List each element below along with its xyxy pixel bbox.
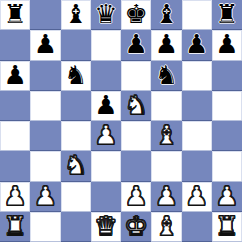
square-d5[interactable]: ♟ (91, 91, 121, 121)
square-e3[interactable] (121, 151, 151, 181)
white-knight-icon: ♞ (64, 150, 87, 180)
square-e6[interactable] (121, 61, 151, 91)
square-f3[interactable] (151, 151, 181, 181)
square-b8[interactable] (30, 0, 60, 30)
square-g1[interactable] (182, 212, 212, 242)
square-g5[interactable] (182, 91, 212, 121)
square-a7[interactable] (0, 30, 30, 60)
square-g7[interactable]: ♟ (182, 30, 212, 60)
square-a1[interactable]: ♜ (0, 212, 30, 242)
square-b2[interactable]: ♟ (30, 182, 60, 212)
square-h1[interactable]: ♜ (212, 212, 242, 242)
square-g8[interactable] (182, 0, 212, 30)
square-d4[interactable]: ♟ (91, 121, 121, 151)
square-a8[interactable]: ♜ (0, 0, 30, 30)
black-rook-icon: ♜ (215, 0, 238, 29)
square-a4[interactable] (0, 121, 30, 151)
square-c6[interactable]: ♞ (61, 61, 91, 91)
square-f5[interactable] (151, 91, 181, 121)
black-queen-icon: ♛ (94, 0, 117, 29)
square-f2[interactable]: ♟ (151, 182, 181, 212)
square-e7[interactable]: ♟ (121, 30, 151, 60)
white-bishop-icon: ♝ (155, 120, 178, 150)
white-rook-icon: ♜ (215, 211, 238, 241)
square-d8[interactable]: ♛ (91, 0, 121, 30)
white-queen-icon: ♛ (94, 211, 117, 241)
square-b5[interactable] (30, 91, 60, 121)
square-d6[interactable] (91, 61, 121, 91)
white-pawn-icon: ♟ (94, 120, 117, 150)
square-h4[interactable] (212, 121, 242, 151)
black-pawn-icon: ♟ (185, 29, 208, 59)
square-d1[interactable]: ♛ (91, 212, 121, 242)
square-f8[interactable]: ♝ (151, 0, 181, 30)
square-h8[interactable]: ♜ (212, 0, 242, 30)
black-pawn-icon: ♟ (3, 60, 26, 90)
black-king-icon: ♚ (124, 0, 147, 29)
square-e8[interactable]: ♚ (121, 0, 151, 30)
square-h6[interactable] (212, 61, 242, 91)
white-pawn-icon: ♟ (124, 181, 147, 211)
square-b1[interactable] (30, 212, 60, 242)
square-b3[interactable] (30, 151, 60, 181)
square-g6[interactable] (182, 61, 212, 91)
square-h2[interactable]: ♟ (212, 182, 242, 212)
square-d3[interactable] (91, 151, 121, 181)
white-pawn-icon: ♟ (155, 181, 178, 211)
white-pawn-icon: ♟ (215, 181, 238, 211)
black-pawn-icon: ♟ (215, 29, 238, 59)
black-pawn-icon: ♟ (34, 29, 57, 59)
square-a5[interactable] (0, 91, 30, 121)
square-b7[interactable]: ♟ (30, 30, 60, 60)
square-g3[interactable] (182, 151, 212, 181)
square-a3[interactable] (0, 151, 30, 181)
white-knight-icon: ♞ (124, 90, 147, 120)
square-f4[interactable]: ♝ (151, 121, 181, 151)
black-bishop-icon: ♝ (155, 0, 178, 29)
black-knight-icon: ♞ (155, 60, 178, 90)
square-c4[interactable] (61, 121, 91, 151)
square-c7[interactable] (61, 30, 91, 60)
square-e2[interactable]: ♟ (121, 182, 151, 212)
square-h3[interactable] (212, 151, 242, 181)
square-g2[interactable]: ♟ (182, 182, 212, 212)
square-d2[interactable] (91, 182, 121, 212)
square-f1[interactable]: ♝ (151, 212, 181, 242)
square-h5[interactable] (212, 91, 242, 121)
black-knight-icon: ♞ (64, 60, 87, 90)
white-bishop-icon: ♝ (155, 211, 178, 241)
white-pawn-icon: ♟ (3, 181, 26, 211)
white-pawn-icon: ♟ (34, 181, 57, 211)
white-pawn-icon: ♟ (185, 181, 208, 211)
square-a2[interactable]: ♟ (0, 182, 30, 212)
black-bishop-icon: ♝ (64, 0, 87, 29)
square-b4[interactable] (30, 121, 60, 151)
square-c5[interactable] (61, 91, 91, 121)
black-rook-icon: ♜ (3, 0, 26, 29)
black-pawn-icon: ♟ (155, 29, 178, 59)
square-e4[interactable] (121, 121, 151, 151)
square-g4[interactable] (182, 121, 212, 151)
white-rook-icon: ♜ (3, 211, 26, 241)
square-d7[interactable] (91, 30, 121, 60)
black-pawn-icon: ♟ (94, 90, 117, 120)
square-b6[interactable] (30, 61, 60, 91)
black-pawn-icon: ♟ (124, 29, 147, 59)
square-a6[interactable]: ♟ (0, 61, 30, 91)
square-e1[interactable]: ♚ (121, 212, 151, 242)
square-c3[interactable]: ♞ (61, 151, 91, 181)
square-c8[interactable]: ♝ (61, 0, 91, 30)
square-c2[interactable] (61, 182, 91, 212)
square-f6[interactable]: ♞ (151, 61, 181, 91)
square-c1[interactable] (61, 212, 91, 242)
chess-board: ♜♝♛♚♝♜♟♟♟♟♟♟♞♞♟♞♟♝♞♟♟♟♟♟♟♜♛♚♝♜ (0, 0, 242, 242)
square-f7[interactable]: ♟ (151, 30, 181, 60)
square-h7[interactable]: ♟ (212, 30, 242, 60)
square-e5[interactable]: ♞ (121, 91, 151, 121)
white-king-icon: ♚ (124, 211, 147, 241)
